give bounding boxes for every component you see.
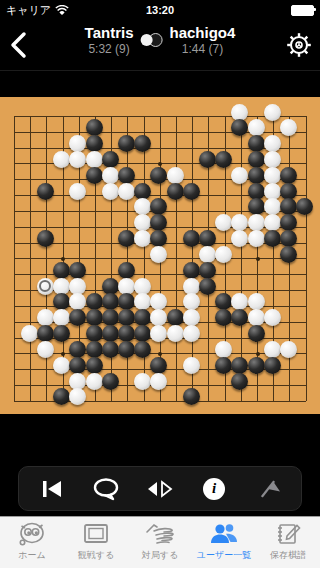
black-stone: [231, 309, 248, 326]
black-stone: [150, 198, 167, 215]
white-stone: [21, 325, 38, 342]
black-stone: [296, 198, 313, 215]
black-stone: [215, 293, 232, 310]
black-stone: [118, 341, 135, 358]
black-stone: [118, 325, 135, 342]
white-stone: [150, 293, 167, 310]
last-move-marker: [39, 280, 51, 292]
tab-spectate[interactable]: 観戦する: [64, 517, 128, 568]
black-stone: [53, 325, 70, 342]
battery-icon: [291, 5, 314, 16]
white-stone: [199, 246, 216, 263]
player-black-name: hachigo4: [170, 24, 236, 41]
black-stone: [248, 135, 265, 152]
white-stone: [264, 167, 281, 184]
black-stone: [199, 151, 216, 168]
game-toolbar: i: [18, 466, 302, 511]
white-stone: [102, 183, 119, 200]
player-black-clock: 1:44 (7): [170, 42, 236, 56]
white-stone: [167, 167, 184, 184]
white-stone: [69, 373, 86, 390]
black-stone: [248, 357, 265, 374]
white-stone: [69, 135, 86, 152]
skip-to-start-button[interactable]: [32, 472, 72, 506]
white-stone: [248, 119, 265, 136]
black-stone: [150, 230, 167, 247]
black-stone: [37, 230, 54, 247]
black-stone: [215, 357, 232, 374]
clock-time: 13:20: [0, 4, 320, 16]
monitor-icon: [82, 520, 110, 548]
white-stone: [264, 214, 281, 231]
tab-saved-games[interactable]: 保存棋譜: [256, 517, 320, 568]
white-stone: [69, 151, 86, 168]
white-stone: [118, 278, 135, 295]
black-stone: [69, 341, 86, 358]
white-stone: [183, 278, 200, 295]
white-stone: [69, 183, 86, 200]
white-stone: [183, 325, 200, 342]
white-stone: [264, 341, 281, 358]
black-stone: [280, 230, 297, 247]
black-stone: [86, 135, 103, 152]
black-stone: [69, 357, 86, 374]
black-stone: [118, 230, 135, 247]
black-stone: [118, 262, 135, 279]
tab-spectate-label: 観戦する: [78, 549, 114, 562]
black-stone: [102, 325, 119, 342]
black-stone: [118, 293, 135, 310]
black-stone: [102, 373, 119, 390]
black-stone: [248, 151, 265, 168]
black-stone: [102, 151, 119, 168]
black-stone: [280, 198, 297, 215]
white-stone: [37, 341, 54, 358]
black-stone: [102, 309, 119, 326]
white-stone: [134, 230, 151, 247]
black-stone: [86, 357, 103, 374]
stone-color-toggle-icon: [141, 33, 163, 47]
black-stone: [231, 357, 248, 374]
black-stone: [199, 230, 216, 247]
white-stone: [264, 198, 281, 215]
white-stone: [183, 357, 200, 374]
white-stone: [264, 183, 281, 200]
black-stone: [215, 151, 232, 168]
black-stone: [53, 293, 70, 310]
black-stone: [53, 388, 70, 405]
white-stone: [248, 293, 265, 310]
black-stone: [264, 357, 281, 374]
black-stone: [183, 262, 200, 279]
tab-user-list[interactable]: ユーザー一覧: [192, 517, 256, 568]
black-stone: [280, 183, 297, 200]
white-stone: [215, 214, 232, 231]
black-stone: [86, 325, 103, 342]
info-button[interactable]: i: [194, 472, 234, 506]
tab-play[interactable]: 対局する: [128, 517, 192, 568]
app-screen: キャリア 13:20 Tantris 5:32 (9) hachigo4: [0, 0, 320, 568]
white-stone: [215, 246, 232, 263]
star-point: [158, 352, 162, 356]
grid-line-v: [306, 116, 307, 401]
black-stone: [134, 309, 151, 326]
white-stone: [134, 373, 151, 390]
player-white-clock: 5:32 (9): [85, 42, 134, 56]
black-stone: [118, 167, 135, 184]
black-stone: [150, 167, 167, 184]
white-stone: [183, 309, 200, 326]
black-stone: [86, 293, 103, 310]
white-stone: [248, 230, 265, 247]
white-stone: [280, 341, 297, 358]
white-stone: [231, 214, 248, 231]
black-stone: [248, 167, 265, 184]
black-stone: [199, 278, 216, 295]
star-point: [256, 352, 260, 356]
black-stone: [183, 230, 200, 247]
star-point: [61, 257, 65, 261]
white-stone: [53, 151, 70, 168]
black-stone: [102, 278, 119, 295]
move-prev-next-button[interactable]: [140, 472, 180, 506]
users-icon: [208, 520, 240, 548]
nav-bar: Tantris 5:32 (9) hachigo4 1:44 (7): [0, 20, 320, 71]
white-stone: [37, 278, 54, 295]
star-point: [256, 257, 260, 261]
white-stone: [86, 373, 103, 390]
black-stone: [231, 373, 248, 390]
black-stone: [134, 183, 151, 200]
chat-bubble-button[interactable]: [86, 472, 126, 506]
black-stone: [37, 183, 54, 200]
black-stone: [134, 135, 151, 152]
star-point: [61, 352, 65, 356]
black-stone: [280, 167, 297, 184]
black-stone: [102, 293, 119, 310]
black-stone: [167, 309, 184, 326]
black-stone: [231, 119, 248, 136]
white-stone: [69, 278, 86, 295]
black-stone: [118, 135, 135, 152]
white-stone: [150, 373, 167, 390]
white-stone: [264, 151, 281, 168]
black-stone: [167, 183, 184, 200]
white-stone: [69, 388, 86, 405]
black-stone: [183, 183, 200, 200]
white-stone: [53, 278, 70, 295]
white-stone: [248, 309, 265, 326]
white-stone: [86, 151, 103, 168]
tab-home[interactable]: ホーム: [0, 517, 64, 568]
status-bar: キャリア 13:20: [0, 0, 320, 20]
hand-playing-stone-icon: [144, 520, 176, 548]
white-stone: [183, 293, 200, 310]
white-stone: [102, 167, 119, 184]
tab-home-label: ホーム: [18, 549, 45, 562]
white-stone: [134, 293, 151, 310]
white-stone: [69, 293, 86, 310]
white-stone: [150, 309, 167, 326]
settings-gear-icon[interactable]: [286, 32, 312, 58]
star-point: [158, 162, 162, 166]
black-stone: [102, 341, 119, 358]
resign-flag-button[interactable]: [248, 472, 288, 506]
white-stone: [134, 278, 151, 295]
tab-bar: ホーム 観戦する: [0, 516, 320, 568]
black-stone: [150, 214, 167, 231]
black-stone: [118, 309, 135, 326]
black-stone: [86, 309, 103, 326]
white-stone: [53, 309, 70, 326]
black-stone: [86, 167, 103, 184]
white-stone: [150, 246, 167, 263]
black-stone: [183, 388, 200, 405]
white-stone: [231, 293, 248, 310]
player-white-name: Tantris: [85, 24, 134, 41]
black-stone: [53, 262, 70, 279]
black-stone: [134, 325, 151, 342]
white-stone: [167, 325, 184, 342]
black-stone: [280, 246, 297, 263]
black-stone: [86, 341, 103, 358]
black-stone: [86, 119, 103, 136]
white-stone: [231, 104, 248, 121]
black-stone: [69, 262, 86, 279]
white-stone: [231, 167, 248, 184]
black-stone: [69, 309, 86, 326]
white-stone: [264, 104, 281, 121]
go-board[interactable]: [0, 97, 320, 414]
white-stone: [231, 230, 248, 247]
owl-mascot-icon: [17, 520, 47, 548]
white-stone: [264, 309, 281, 326]
white-stone: [280, 119, 297, 136]
white-stone: [134, 214, 151, 231]
tab-saved-games-label: 保存棋譜: [270, 549, 306, 562]
white-stone: [248, 214, 265, 231]
tab-play-label: 対局する: [142, 549, 178, 562]
white-stone: [215, 341, 232, 358]
record-notebook-icon: [274, 520, 302, 548]
black-stone: [134, 341, 151, 358]
black-stone: [215, 309, 232, 326]
black-stone: [199, 262, 216, 279]
black-stone: [280, 214, 297, 231]
white-stone: [53, 357, 70, 374]
black-stone: [150, 357, 167, 374]
tab-user-list-label: ユーザー一覧: [197, 549, 251, 562]
black-stone: [264, 230, 281, 247]
white-stone: [118, 183, 135, 200]
black-stone: [248, 198, 265, 215]
black-stone: [248, 325, 265, 342]
back-button[interactable]: [6, 30, 32, 60]
white-stone: [134, 198, 151, 215]
white-stone: [264, 135, 281, 152]
white-stone: [37, 309, 54, 326]
black-stone: [248, 183, 265, 200]
grid-line-h: [14, 116, 306, 117]
white-stone: [150, 325, 167, 342]
black-stone: [37, 325, 54, 342]
